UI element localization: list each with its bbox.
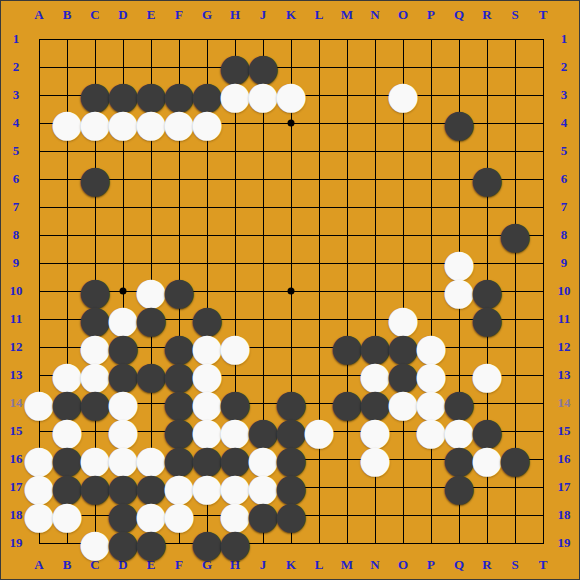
col-label-top-N: N: [370, 7, 379, 23]
col-label-top-G: G: [202, 7, 212, 23]
col-label-top-H: H: [230, 7, 240, 23]
col-label-top-Q: Q: [454, 7, 464, 23]
row-label-right-1: 1: [561, 31, 568, 47]
col-label-bottom-N: N: [370, 557, 379, 573]
col-label-bottom-K: K: [286, 557, 296, 573]
row-label-right-9: 9: [561, 255, 568, 271]
col-label-bottom-R: R: [482, 557, 491, 573]
row-label-right-10: 10: [558, 283, 571, 299]
col-label-top-M: M: [341, 7, 353, 23]
col-label-bottom-O: O: [398, 557, 408, 573]
star-point-D10: [120, 288, 127, 295]
row-label-left-14: 14: [10, 395, 23, 411]
col-label-bottom-M: M: [341, 557, 353, 573]
row-label-left-12: 12: [10, 339, 23, 355]
row-label-right-4: 4: [561, 115, 568, 131]
row-label-right-8: 8: [561, 227, 568, 243]
col-label-top-P: P: [427, 7, 435, 23]
row-label-right-2: 2: [561, 59, 568, 75]
row-label-left-17: 17: [10, 479, 23, 495]
row-label-right-13: 13: [558, 367, 571, 383]
col-label-top-J: J: [260, 7, 267, 23]
row-label-left-7: 7: [13, 199, 20, 215]
col-label-bottom-L: L: [315, 557, 324, 573]
col-label-top-O: O: [398, 7, 408, 23]
col-label-bottom-C: C: [90, 557, 99, 573]
row-label-right-3: 3: [561, 87, 568, 103]
row-label-right-15: 15: [558, 423, 571, 439]
col-label-top-L: L: [315, 7, 324, 23]
row-label-left-13: 13: [10, 367, 23, 383]
row-label-right-18: 18: [558, 507, 571, 523]
col-label-top-B: B: [63, 7, 72, 23]
col-label-bottom-S: S: [511, 557, 518, 573]
col-label-bottom-F: F: [175, 557, 183, 573]
row-label-right-16: 16: [558, 451, 571, 467]
col-label-bottom-G: G: [202, 557, 212, 573]
row-label-left-15: 15: [10, 423, 23, 439]
row-label-left-5: 5: [13, 143, 20, 159]
col-label-bottom-H: H: [230, 557, 240, 573]
star-point-K10: [288, 288, 295, 295]
col-label-bottom-J: J: [260, 557, 267, 573]
row-label-left-3: 3: [13, 87, 20, 103]
col-label-bottom-E: E: [147, 557, 156, 573]
star-point-K4: [288, 120, 295, 127]
col-label-bottom-B: B: [63, 557, 72, 573]
row-label-right-19: 19: [558, 535, 571, 551]
col-label-bottom-D: D: [118, 557, 127, 573]
col-label-bottom-Q: Q: [454, 557, 464, 573]
row-label-left-2: 2: [13, 59, 20, 75]
row-label-right-12: 12: [558, 339, 571, 355]
row-label-left-18: 18: [10, 507, 23, 523]
col-label-top-A: A: [34, 7, 43, 23]
goban-board[interactable]: AABBCCDDEEFFGGHHJJKKLLMMNNOOPPQQRRSSTT11…: [0, 0, 580, 580]
col-label-top-E: E: [147, 7, 156, 23]
row-label-left-6: 6: [13, 171, 20, 187]
row-label-left-4: 4: [13, 115, 20, 131]
row-label-right-7: 7: [561, 199, 568, 215]
col-label-top-R: R: [482, 7, 491, 23]
row-label-left-1: 1: [13, 31, 20, 47]
col-label-bottom-A: A: [34, 557, 43, 573]
row-label-right-11: 11: [558, 311, 570, 327]
col-label-top-S: S: [511, 7, 518, 23]
col-label-bottom-P: P: [427, 557, 435, 573]
row-label-right-17: 17: [558, 479, 571, 495]
col-label-top-F: F: [175, 7, 183, 23]
col-label-top-K: K: [286, 7, 296, 23]
row-label-left-9: 9: [13, 255, 20, 271]
row-label-right-6: 6: [561, 171, 568, 187]
col-label-top-C: C: [90, 7, 99, 23]
row-label-left-19: 19: [10, 535, 23, 551]
col-label-bottom-T: T: [539, 557, 548, 573]
row-label-left-16: 16: [10, 451, 23, 467]
row-label-left-11: 11: [10, 311, 22, 327]
row-label-right-5: 5: [561, 143, 568, 159]
row-label-right-14: 14: [558, 395, 571, 411]
col-label-top-T: T: [539, 7, 548, 23]
row-label-left-10: 10: [10, 283, 23, 299]
col-label-top-D: D: [118, 7, 127, 23]
row-label-left-8: 8: [13, 227, 20, 243]
